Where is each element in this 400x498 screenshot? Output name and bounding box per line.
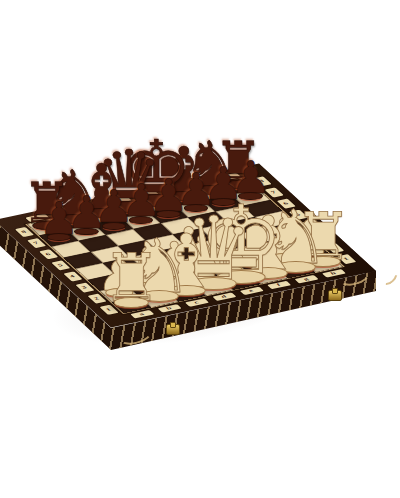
coord-tile-6-left: 6 — [38, 249, 57, 259]
brass-clasp-left — [166, 324, 180, 335]
coord-tile-3-right: 3 — [312, 232, 331, 242]
coord-tile-c-bottom: c — [184, 298, 208, 306]
coord-tile-7-left: 7 — [26, 238, 45, 248]
brass-clasp-right — [328, 290, 342, 301]
coord-tile-7-right: 7 — [264, 187, 283, 197]
coord-tile-d-bottom: d — [212, 292, 236, 300]
coord-tile-5-left: 5 — [51, 260, 70, 270]
coord-tile-b-bottom: b — [157, 304, 181, 312]
coord-tile-8-left: 8 — [14, 227, 33, 237]
coord-tile-8-right: 8 — [252, 176, 271, 186]
coord-tile-6-right: 6 — [276, 198, 295, 208]
coord-tile-2-left: 2 — [87, 294, 106, 304]
coord-tile-2-right: 2 — [324, 243, 343, 253]
coord-tile-4-left: 4 — [63, 271, 82, 281]
coord-tile-e-bottom: e — [239, 287, 263, 295]
coord-tile-3-left: 3 — [75, 282, 94, 292]
coord-tile-1-right: 1 — [337, 254, 356, 264]
coord-tile-g-bottom: g — [294, 275, 318, 283]
coord-tile-4-right: 4 — [300, 221, 319, 231]
coord-tile-1-left: 1 — [99, 305, 118, 315]
coord-tile-a-bottom: a — [130, 310, 154, 318]
coord-tile-5-right: 5 — [288, 210, 307, 220]
product-photo-scene: abcdefgh 87654321 87654321 abcdefgh ♜♞♝♛… — [0, 0, 400, 498]
coord-tile-h-bottom: h — [321, 269, 345, 277]
coord-tile-f-bottom: f — [266, 281, 290, 289]
